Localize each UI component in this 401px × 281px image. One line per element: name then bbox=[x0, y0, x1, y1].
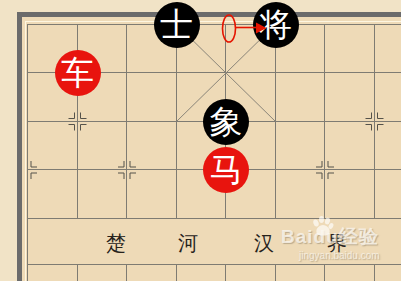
piece-red-chariot-b9[interactable]: 车 bbox=[55, 50, 101, 96]
board-cell bbox=[127, 265, 177, 281]
piece-glyph: 士 bbox=[160, 2, 193, 48]
board-cell bbox=[78, 170, 128, 219]
board-cell bbox=[127, 73, 177, 122]
board-cell bbox=[375, 122, 401, 171]
board-frame-left bbox=[17, 12, 22, 281]
board-frame-top bbox=[17, 12, 401, 17]
piece-black-elephant-e8[interactable]: 象 bbox=[203, 99, 249, 145]
board-cell bbox=[28, 170, 78, 219]
board-cell bbox=[325, 265, 375, 281]
baidu-jingyan-watermark: Baidu经验 jingyan.baidu.com bbox=[281, 224, 380, 261]
board-cell bbox=[375, 25, 401, 74]
piece-glyph: 象 bbox=[210, 99, 243, 145]
piece-black-advisor-d10[interactable]: 士 bbox=[154, 2, 200, 48]
river-char-he: 河 bbox=[176, 230, 200, 257]
piece-glyph: 车 bbox=[61, 50, 94, 96]
board-cell bbox=[276, 122, 326, 171]
board-cell bbox=[78, 265, 128, 281]
xiangqi-tutorial-screenshot: 楚 河 汉 界 士 将 车 象 马 bbox=[0, 0, 401, 281]
board-cell bbox=[276, 265, 326, 281]
piece-red-horse-e7[interactable]: 马 bbox=[203, 147, 249, 193]
board-cell bbox=[325, 73, 375, 122]
river-char-chu: 楚 bbox=[104, 230, 128, 257]
board-cell bbox=[226, 265, 276, 281]
baidu-paw-icon bbox=[311, 215, 335, 239]
board-cell bbox=[78, 122, 128, 171]
board-cell bbox=[375, 265, 401, 281]
piece-glyph: 马 bbox=[210, 147, 243, 193]
piece-glyph: 将 bbox=[259, 2, 292, 48]
board-cell bbox=[127, 170, 177, 219]
watermark-url: jingyan.baidu.com bbox=[299, 250, 380, 261]
board-cell bbox=[276, 73, 326, 122]
board-cell bbox=[325, 25, 375, 74]
board-cell bbox=[375, 73, 401, 122]
board-cell bbox=[276, 170, 326, 219]
board-cell bbox=[127, 122, 177, 171]
board-cell bbox=[28, 122, 78, 171]
board-cell bbox=[325, 170, 375, 219]
board-cell bbox=[177, 265, 227, 281]
piece-black-general-f10[interactable]: 将 bbox=[253, 2, 299, 48]
river-char-han: 汉 bbox=[252, 230, 276, 257]
board-cell bbox=[28, 265, 78, 281]
board-cell bbox=[325, 122, 375, 171]
board-cell bbox=[375, 170, 401, 219]
